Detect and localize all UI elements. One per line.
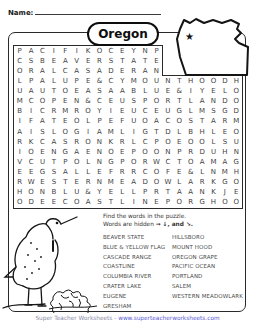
- grid-cell: A: [37, 66, 48, 76]
- capital-star-icon: ★: [185, 31, 194, 42]
- grid-cell: C: [25, 157, 36, 167]
- grid-cell: N: [208, 97, 219, 107]
- grid-cell: U: [37, 87, 48, 97]
- word-list-item: SALEM: [172, 283, 243, 293]
- grid-cell: S: [185, 117, 196, 127]
- grid-cell: P: [60, 157, 71, 167]
- grid-cell: S: [25, 56, 36, 66]
- grid-cell: G: [219, 107, 230, 117]
- grid-cell: F: [25, 117, 36, 127]
- grid-cell: N: [37, 188, 48, 198]
- grid-cell: C: [37, 107, 48, 117]
- grid-cell: G: [105, 157, 116, 167]
- grid-cell: E: [94, 168, 105, 178]
- grid-cell: O: [139, 76, 150, 86]
- grid-cell: K: [25, 137, 36, 147]
- grid-cell: U: [71, 188, 82, 198]
- grid-cell: O: [231, 178, 242, 188]
- grid-cell: I: [82, 127, 93, 137]
- grid-cell: A: [25, 87, 36, 97]
- grid-cell: F: [162, 168, 173, 178]
- grid-cell: R: [196, 178, 207, 188]
- grid-cell: E: [174, 168, 185, 178]
- grid-cell: S: [37, 127, 48, 137]
- grid-cell: C: [105, 76, 116, 86]
- grid-cell: L: [117, 188, 128, 198]
- grid-cell: E: [117, 147, 128, 157]
- instructions-line1: Find the words in the puzzle.: [103, 212, 193, 220]
- grid-cell: O: [231, 87, 242, 97]
- direction-arrows-icon: → ↓, and ↘.: [156, 221, 193, 227]
- grid-cell: M: [60, 107, 71, 117]
- grid-cell: S: [48, 168, 59, 178]
- grid-cell: I: [14, 117, 25, 127]
- grid-cell: T: [105, 198, 116, 208]
- grid-cell: A: [208, 117, 219, 127]
- grid-cell: L: [174, 178, 185, 188]
- grid-cell: O: [128, 157, 139, 167]
- grid-cell: O: [60, 127, 71, 137]
- grid-cell: E: [117, 46, 128, 56]
- grid-cell: A: [196, 97, 207, 107]
- grid-cell: G: [71, 127, 82, 137]
- grid-cell: C: [162, 117, 173, 127]
- grid-cell: O: [151, 97, 162, 107]
- grid-cell: E: [105, 97, 116, 107]
- grid-cell: O: [196, 137, 207, 147]
- grid-cell: S: [94, 87, 105, 97]
- grid-cell: F: [105, 168, 116, 178]
- grid-cell: A: [82, 87, 93, 97]
- grid-cell: O: [105, 147, 116, 157]
- grid-cell: &: [82, 97, 93, 107]
- grid-cell: R: [139, 157, 150, 167]
- instructions-line2: Words are hidden → ↓, and ↘.: [103, 220, 193, 228]
- grid-cell: S: [82, 66, 93, 76]
- grid-cell: E: [174, 137, 185, 147]
- grid-cell: W: [151, 157, 162, 167]
- grid-cell: Y: [94, 107, 105, 117]
- grid-cell: U: [37, 157, 48, 167]
- grid-cell: F: [117, 117, 128, 127]
- grid-cell: I: [71, 46, 82, 56]
- grid-cell: G: [219, 178, 230, 188]
- grid-cell: P: [14, 46, 25, 56]
- grid-cell: O: [139, 117, 150, 127]
- grid-cell: A: [174, 188, 185, 198]
- grid-cell: A: [94, 127, 105, 137]
- grid-cell: Y: [196, 87, 207, 97]
- grid-cell: D: [105, 66, 116, 76]
- grid-cell: T: [162, 188, 173, 198]
- grid-cell: B: [14, 107, 25, 117]
- grid-cell: T: [48, 87, 59, 97]
- grid-cell: L: [71, 168, 82, 178]
- grid-cell: N: [48, 147, 59, 157]
- grid-cell: U: [60, 76, 71, 86]
- grid-cell: P: [48, 97, 59, 107]
- grid-cell: L: [48, 76, 59, 86]
- grid-cell: L: [48, 66, 59, 76]
- grid-cell: M: [231, 117, 242, 127]
- western-meadowlark-illustration: [1, 211, 99, 313]
- grid-cell: L: [219, 87, 230, 97]
- grid-cell: L: [196, 168, 207, 178]
- grid-cell: K: [82, 46, 93, 56]
- grid-cell: E: [37, 178, 48, 188]
- grid-cell: C: [139, 107, 150, 117]
- grid-cell: O: [60, 87, 71, 97]
- grid-cell: S: [60, 137, 71, 147]
- grid-cell: N: [162, 147, 173, 157]
- grid-cell: E: [162, 87, 173, 97]
- grid-cell: E: [14, 168, 25, 178]
- instructions: Find the words in the puzzle. Words are …: [103, 212, 193, 229]
- word-list-item: HILLSBORO: [172, 234, 243, 244]
- grid-cell: U: [151, 87, 162, 97]
- grid-cell: O: [71, 198, 82, 208]
- grid-cell: A: [25, 46, 36, 56]
- grid-cell: A: [60, 168, 71, 178]
- footer-credit: Super Teacher Worksheets - www.superteac…: [0, 315, 255, 321]
- grid-cell: N: [94, 137, 105, 147]
- grid-cell: O: [94, 46, 105, 56]
- grid-cell: Y: [128, 46, 139, 56]
- grid-cell: E: [60, 97, 71, 107]
- grid-cell: A: [37, 117, 48, 127]
- grid-cell: E: [25, 168, 36, 178]
- grid-cell: R: [128, 66, 139, 76]
- grid-cell: P: [151, 137, 162, 147]
- grid-cell: G: [196, 198, 207, 208]
- grid-cell: E: [48, 198, 59, 208]
- grid-cell: M: [196, 107, 207, 117]
- grid-cell: H: [231, 168, 242, 178]
- page-title: Oregon: [98, 27, 148, 41]
- grid-cell: A: [128, 56, 139, 66]
- grid-cell: T: [48, 117, 59, 127]
- grid-cell: V: [71, 56, 82, 66]
- grid-cell: S: [94, 198, 105, 208]
- grid-cell: I: [48, 46, 59, 56]
- grid-cell: O: [14, 66, 25, 76]
- grid-cell: L: [139, 87, 150, 97]
- grid-cell: L: [82, 157, 93, 167]
- grid-cell: G: [60, 147, 71, 157]
- grid-cell: L: [82, 168, 93, 178]
- name-blank-line: [35, 6, 161, 15]
- grid-cell: D: [162, 127, 173, 137]
- grid-cell: O: [185, 137, 196, 147]
- grid-cell: N: [162, 76, 173, 86]
- grid-cell: E: [117, 66, 128, 76]
- grid-cell: O: [174, 117, 185, 127]
- grid-cell: &: [174, 87, 185, 97]
- grid-cell: N: [71, 97, 82, 107]
- grid-cell: B: [48, 188, 59, 198]
- grid-cell: &: [82, 188, 93, 198]
- grid-cell: R: [219, 117, 230, 127]
- grid-cell: R: [162, 97, 173, 107]
- grid-cell: C: [25, 97, 36, 107]
- grid-cell: E: [151, 107, 162, 117]
- word-list-item: COLUMBIA RIVER: [103, 273, 172, 283]
- grid-cell: K: [105, 137, 116, 147]
- grid-cell: C: [37, 46, 48, 56]
- grid-cell: U: [208, 147, 219, 157]
- grid-cell: C: [94, 97, 105, 107]
- grid-cell: N: [139, 46, 150, 56]
- grid-cell: H: [208, 198, 219, 208]
- grid-cell: O: [219, 198, 230, 208]
- grid-cell: I: [25, 127, 36, 137]
- grid-cell: J: [219, 188, 230, 198]
- grid-cell: S: [48, 178, 59, 188]
- word-list-item: MOUNT HOOD: [172, 244, 243, 254]
- grid-cell: T: [48, 157, 59, 167]
- grid-cell: L: [14, 76, 25, 86]
- word-list: BEAVER STATEBLUE & YELLOW FLAGCASCADE RA…: [103, 234, 243, 312]
- grid-cell: N: [94, 147, 105, 157]
- word-list-item: BEAVER STATE: [103, 234, 172, 244]
- grid-cell: E: [231, 188, 242, 198]
- grid-cell: M: [208, 157, 219, 167]
- grid-cell: O: [82, 137, 93, 147]
- grid-cell: P: [94, 117, 105, 127]
- grid-cell: O: [231, 198, 242, 208]
- grid-cell: G: [231, 157, 242, 167]
- grid-cell: P: [25, 76, 36, 86]
- word-list-item: PACIFIC OCEAN: [172, 263, 243, 273]
- grid-cell: P: [151, 46, 162, 56]
- grid-cell: S: [208, 107, 219, 117]
- grid-cell: O: [231, 127, 242, 137]
- grid-cell: R: [185, 198, 196, 208]
- grid-cell: L: [60, 188, 71, 198]
- word-list-item: CASCADE RANGE: [103, 254, 172, 264]
- grid-cell: E: [82, 147, 93, 157]
- grid-cell: A: [82, 198, 93, 208]
- grid-cell: O: [37, 97, 48, 107]
- grid-cell: E: [71, 87, 82, 97]
- grid-cell: E: [48, 56, 59, 66]
- grid-cell: A: [37, 76, 48, 86]
- grid-cell: P: [139, 97, 150, 107]
- grid-cell: R: [117, 137, 128, 147]
- grid-cell: P: [128, 147, 139, 157]
- grid-cell: I: [185, 87, 196, 97]
- grid-cell: N: [151, 66, 162, 76]
- grid-cell: S: [105, 56, 116, 66]
- grid-cell: M: [105, 127, 116, 137]
- grid-cell: I: [128, 127, 139, 137]
- grid-cell: B: [185, 127, 196, 137]
- grid-cell: T: [174, 97, 185, 107]
- grid-cell: C: [37, 137, 48, 147]
- grid-cell: H: [14, 188, 25, 198]
- grid-cell: V: [14, 157, 25, 167]
- grid-cell: L: [117, 127, 128, 137]
- grid-cell: L: [82, 117, 93, 127]
- grid-cell: C: [14, 56, 25, 66]
- grid-cell: O: [151, 168, 162, 178]
- grid-cell: R: [48, 107, 59, 117]
- grid-cell: E: [151, 56, 162, 66]
- grid-cell: N: [208, 168, 219, 178]
- grid-cell: H: [196, 127, 207, 137]
- grid-cell: O: [139, 147, 150, 157]
- oregon-map-icon: ★: [175, 15, 253, 81]
- grid-cell: N: [231, 147, 242, 157]
- grid-cell: P: [162, 198, 173, 208]
- grid-cell: A: [94, 66, 105, 76]
- grid-cell: I: [14, 147, 25, 157]
- grid-cell: F: [60, 46, 71, 56]
- grid-cell: A: [117, 87, 128, 97]
- word-list-item: COASTLINE: [103, 263, 172, 273]
- grid-cell: R: [185, 147, 196, 157]
- grid-cell: A: [60, 56, 71, 66]
- grid-cell: G: [139, 127, 150, 137]
- grid-cell: D: [139, 178, 150, 188]
- grid-cell: A: [71, 147, 82, 157]
- grid-cell: N: [196, 188, 207, 198]
- grid-cell: O: [71, 117, 82, 127]
- grid-cell: U: [151, 76, 162, 86]
- grid-cell: T: [174, 157, 185, 167]
- grid-cell: L: [208, 137, 219, 147]
- grid-cell: L: [128, 137, 139, 147]
- grid-cell: W: [25, 178, 36, 188]
- grid-cell: O: [231, 97, 242, 107]
- word-list-column-2: HILLSBOROMOUNT HOODOREGON GRAPEPACIFIC O…: [172, 234, 243, 312]
- grid-cell: R: [14, 137, 25, 147]
- grid-cell: W: [162, 178, 173, 188]
- grid-cell: O: [185, 157, 196, 167]
- grid-cell: D: [196, 147, 207, 157]
- grid-cell: L: [185, 97, 196, 107]
- word-list-item: CRATER LAKE: [103, 283, 172, 293]
- grid-cell: K: [208, 188, 219, 198]
- grid-cell: M: [219, 168, 230, 178]
- grid-cell: T: [60, 178, 71, 188]
- grid-cell: N: [94, 157, 105, 167]
- grid-cell: Y: [94, 188, 105, 198]
- grid-cell: C: [139, 137, 150, 147]
- grid-cell: I: [105, 107, 116, 117]
- grid-cell: E: [82, 56, 93, 66]
- grid-cell: L: [208, 127, 219, 137]
- worksheet-title-badge: Oregon: [87, 22, 159, 46]
- grid-cell: A: [185, 178, 196, 188]
- grid-cell: C: [60, 198, 71, 208]
- grid-cell: U: [128, 107, 139, 117]
- grid-cell: D: [219, 97, 230, 107]
- grid-cell: A: [71, 66, 82, 76]
- grid-cell: U: [117, 97, 128, 107]
- grid-cell: S: [219, 137, 230, 147]
- grid-cell: R: [14, 178, 25, 188]
- grid-cell: P: [139, 188, 150, 198]
- word-list-column-1: BEAVER STATEBLUE & YELLOW FLAGCASCADE RA…: [103, 234, 172, 312]
- grid-cell: L: [128, 188, 139, 198]
- grid-cell: T: [151, 127, 162, 137]
- grid-cell: M: [105, 178, 116, 188]
- grid-cell: I: [25, 107, 36, 117]
- grid-cell: E: [219, 127, 230, 137]
- grid-cell: R: [71, 137, 82, 147]
- grid-cell: E: [82, 76, 93, 86]
- grid-cell: I: [128, 198, 139, 208]
- grid-cell: E: [37, 198, 48, 208]
- name-label: Name:: [8, 9, 33, 17]
- name-field-row: Name:: [8, 6, 161, 17]
- grid-cell: B: [37, 56, 48, 66]
- grid-cell: T: [117, 56, 128, 66]
- word-list-item: BLUE & YELLOW FLAG: [103, 244, 172, 254]
- grid-cell: P: [174, 147, 185, 157]
- grid-cell: P: [71, 76, 82, 86]
- grid-cell: U: [128, 117, 139, 127]
- grid-cell: R: [94, 56, 105, 66]
- grid-cell: R: [25, 66, 36, 76]
- grid-cell: P: [117, 157, 128, 167]
- grid-cell: E: [60, 117, 71, 127]
- grid-cell: L: [174, 127, 185, 137]
- grid-cell: N: [139, 198, 150, 208]
- grid-cell: M: [14, 97, 25, 107]
- grid-cell: O: [14, 198, 25, 208]
- grid-cell: S: [128, 97, 139, 107]
- grid-cell: E: [37, 147, 48, 157]
- grid-cell: N: [94, 178, 105, 188]
- grid-cell: O: [82, 107, 93, 117]
- grid-cell: R: [71, 107, 82, 117]
- grid-cell: E: [117, 178, 128, 188]
- grid-cell: U: [231, 137, 242, 147]
- grid-cell: T: [196, 117, 207, 127]
- grid-cell: A: [14, 127, 25, 137]
- grid-cell: C: [105, 46, 116, 56]
- grid-cell: Y: [117, 76, 128, 86]
- grid-cell: K: [208, 178, 219, 188]
- grid-cell: R: [128, 168, 139, 178]
- grid-cell: L: [185, 107, 196, 117]
- grid-cell: E: [105, 188, 116, 198]
- word-list-item: WESTERN MEADOWLARK: [172, 293, 243, 303]
- grid-cell: A: [48, 137, 59, 147]
- grid-cell: E: [151, 198, 162, 208]
- grid-cell: A: [139, 66, 150, 76]
- grid-cell: O: [25, 147, 36, 157]
- grid-cell: O: [71, 157, 82, 167]
- grid-cell: D: [25, 198, 36, 208]
- grid-cell: G: [37, 168, 48, 178]
- grid-cell: A: [196, 157, 207, 167]
- grid-cell: E: [208, 87, 219, 97]
- grid-cell: O: [25, 188, 36, 198]
- grid-cell: A: [219, 157, 230, 167]
- footer-url-link[interactable]: www.superteacherworksheets.com: [118, 315, 219, 321]
- grid-cell: E: [105, 117, 116, 127]
- grid-cell: A: [151, 117, 162, 127]
- word-list-item: OREGON GRAPE: [172, 254, 243, 264]
- footer-brand: Super Teacher Worksheets -: [35, 315, 118, 321]
- grid-cell: D: [231, 107, 242, 117]
- grid-cell: O: [162, 137, 173, 147]
- grid-cell: U: [162, 107, 173, 117]
- grid-cell: R: [151, 188, 162, 198]
